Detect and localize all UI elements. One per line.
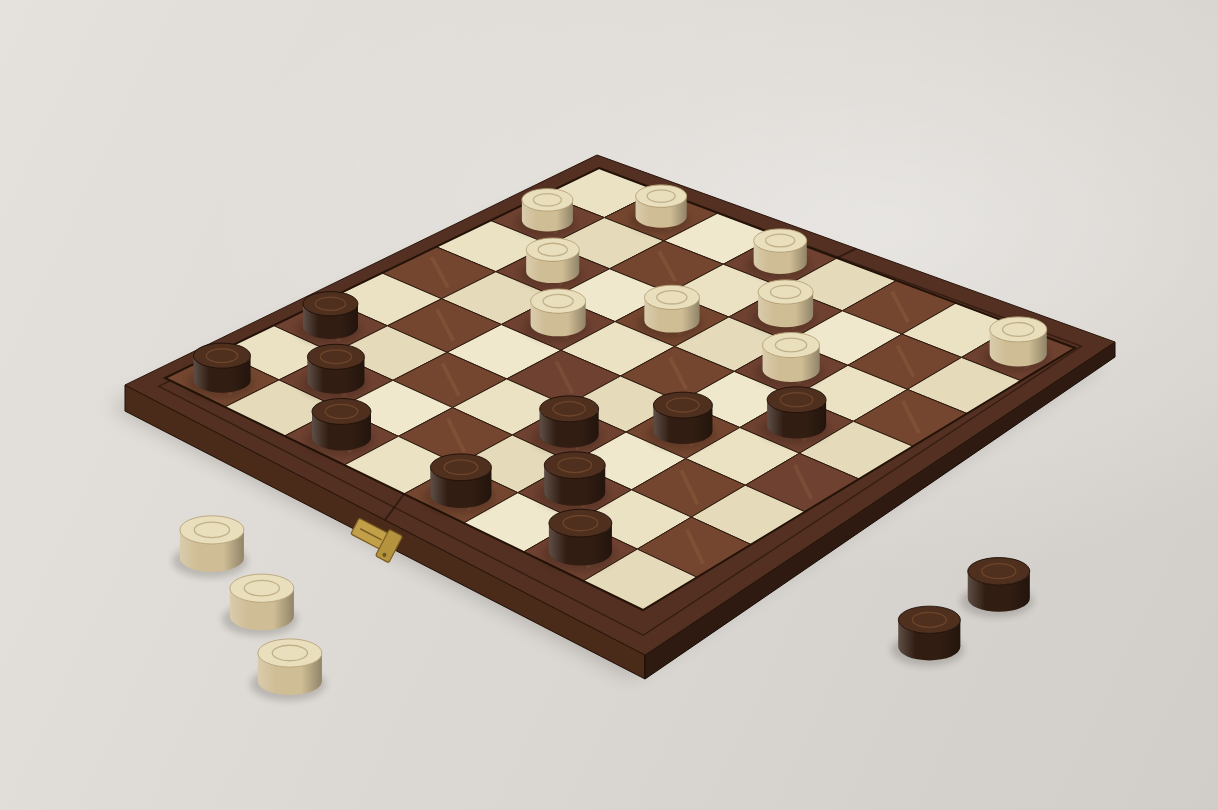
checker-light-0-3 [747, 229, 810, 279]
checker-light-1-4 [751, 280, 816, 333]
checker-dark-6-1 [300, 344, 367, 399]
checkers-board-photo [0, 0, 1218, 810]
checker-light-0-1 [629, 185, 689, 233]
checker-light-1-0 [515, 189, 575, 237]
checker-dark-5-4 [532, 396, 602, 453]
checker-light-2-1 [519, 238, 582, 288]
checker-light-2-3 [637, 285, 702, 338]
checker-dark-7-0 [186, 343, 253, 398]
checker-dark-offboard-1 [891, 606, 964, 666]
checker-light-offboard-1 [172, 516, 248, 578]
checker-dark-5-0 [296, 292, 361, 345]
checker-dark-7-4 [423, 454, 495, 514]
checker-dark-4-5 [646, 392, 716, 449]
checker-dark-offboard-2 [960, 558, 1033, 618]
scene [0, 0, 1218, 810]
checker-light-0-7 [983, 317, 1050, 372]
checker-light-offboard-3 [250, 639, 326, 701]
checker-dark-3-6 [760, 387, 830, 444]
checker-light-offboard-2 [222, 574, 298, 636]
checker-light-3-2 [524, 289, 589, 342]
checker-dark-7-6 [541, 509, 615, 571]
checker-light-2-5 [755, 333, 822, 388]
checker-dark-6-5 [537, 452, 609, 512]
checker-dark-7-2 [305, 399, 375, 456]
